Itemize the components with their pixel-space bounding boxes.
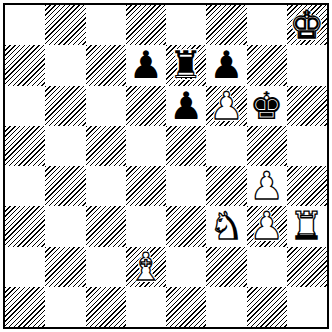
square-a5[interactable] [5,126,45,166]
square-b2[interactable] [45,247,85,287]
square-f2[interactable] [206,247,246,287]
square-h1[interactable] [287,287,327,327]
square-e1[interactable] [166,287,206,327]
square-d5[interactable] [126,126,166,166]
square-c8[interactable] [86,5,126,45]
square-e3[interactable] [166,206,206,246]
square-f1[interactable] [206,287,246,327]
square-f3[interactable]: ♞ [206,206,246,246]
white-knight: ♞ [209,206,243,246]
square-b6[interactable] [45,86,85,126]
square-g7[interactable] [247,45,287,85]
square-c7[interactable] [86,45,126,85]
chess-board: ♚♟♜♟♟♟♚♟♞♟♜♝ [3,3,329,329]
white-bishop: ♝ [129,247,163,287]
black-pawn: ♟ [169,86,203,126]
square-g3[interactable]: ♟ [247,206,287,246]
square-f6[interactable]: ♟ [206,86,246,126]
black-rook: ♜ [169,45,203,85]
square-g8[interactable] [247,5,287,45]
square-g6[interactable]: ♚ [247,86,287,126]
square-a3[interactable] [5,206,45,246]
square-e8[interactable] [166,5,206,45]
black-king: ♚ [250,86,284,126]
square-g4[interactable]: ♟ [247,166,287,206]
square-c3[interactable] [86,206,126,246]
square-c2[interactable] [86,247,126,287]
square-f5[interactable] [206,126,246,166]
square-e2[interactable] [166,247,206,287]
square-h8[interactable]: ♚ [287,5,327,45]
square-d3[interactable] [126,206,166,246]
square-b4[interactable] [45,166,85,206]
square-a7[interactable] [5,45,45,85]
white-pawn: ♟ [250,166,284,206]
white-pawn: ♟ [250,206,284,246]
square-d6[interactable] [126,86,166,126]
black-pawn: ♟ [209,45,243,85]
square-h2[interactable] [287,247,327,287]
square-e4[interactable] [166,166,206,206]
square-f7[interactable]: ♟ [206,45,246,85]
square-h5[interactable] [287,126,327,166]
square-b8[interactable] [45,5,85,45]
square-a2[interactable] [5,247,45,287]
square-g1[interactable] [247,287,287,327]
square-g5[interactable] [247,126,287,166]
square-h3[interactable]: ♜ [287,206,327,246]
square-a6[interactable] [5,86,45,126]
square-b5[interactable] [45,126,85,166]
white-rook: ♜ [290,206,324,246]
square-b1[interactable] [45,287,85,327]
square-h4[interactable] [287,166,327,206]
square-b3[interactable] [45,206,85,246]
square-e6[interactable]: ♟ [166,86,206,126]
square-c6[interactable] [86,86,126,126]
square-d2[interactable]: ♝ [126,247,166,287]
square-c5[interactable] [86,126,126,166]
white-king: ♚ [290,5,324,45]
square-a4[interactable] [5,166,45,206]
square-a8[interactable] [5,5,45,45]
square-f4[interactable] [206,166,246,206]
square-a1[interactable] [5,287,45,327]
square-h6[interactable] [287,86,327,126]
square-c4[interactable] [86,166,126,206]
square-g2[interactable] [247,247,287,287]
white-pawn: ♟ [209,86,243,126]
chess-diagram: ♚♟♜♟♟♟♚♟♞♟♜♝ [0,0,332,332]
square-e7[interactable]: ♜ [166,45,206,85]
black-pawn: ♟ [129,45,163,85]
square-d4[interactable] [126,166,166,206]
square-b7[interactable] [45,45,85,85]
square-e5[interactable] [166,126,206,166]
square-d1[interactable] [126,287,166,327]
square-f8[interactable] [206,5,246,45]
square-c1[interactable] [86,287,126,327]
square-h7[interactable] [287,45,327,85]
square-d8[interactable] [126,5,166,45]
square-d7[interactable]: ♟ [126,45,166,85]
